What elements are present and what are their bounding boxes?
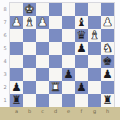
chess-board: ♚♟♝♟♝♟♛♝♟♞♚♟♟♟♜♟♜♜ xyxy=(10,3,114,107)
square-d5[interactable] xyxy=(49,42,62,55)
file-label-h: h xyxy=(101,108,114,117)
square-e6[interactable] xyxy=(62,29,75,42)
rank-labels: 87654321 xyxy=(0,3,10,107)
square-c3[interactable] xyxy=(36,68,49,81)
file-label-c: c xyxy=(36,108,49,117)
rank-label-5: 5 xyxy=(0,42,10,55)
piece-wR-d2[interactable]: ♜ xyxy=(49,81,62,94)
piece-wP-c7[interactable]: ♟ xyxy=(36,16,49,29)
square-h7[interactable]: ♟ xyxy=(101,16,114,29)
square-a5[interactable] xyxy=(10,42,23,55)
piece-wP-h7[interactable]: ♟ xyxy=(101,16,114,29)
square-g1[interactable] xyxy=(88,94,101,107)
chess-diagram: 87654321 ♚♟♝♟♝♟♛♝♟♞♚♟♟♟♜♟♜♜ abcdefgh xyxy=(0,0,120,120)
square-d4[interactable] xyxy=(49,55,62,68)
square-b2[interactable] xyxy=(23,81,36,94)
piece-wB-b7[interactable]: ♝ xyxy=(23,16,36,29)
square-f2[interactable]: ♟ xyxy=(75,81,88,94)
file-label-a: a xyxy=(10,108,23,117)
square-b6[interactable] xyxy=(23,29,36,42)
square-d2[interactable]: ♜ xyxy=(49,81,62,94)
square-b7[interactable]: ♝ xyxy=(23,16,36,29)
square-g3[interactable] xyxy=(88,68,101,81)
square-e8[interactable] xyxy=(62,3,75,16)
rank-label-8: 8 xyxy=(0,3,10,16)
rank-label-7: 7 xyxy=(0,16,10,29)
piece-bP-f2[interactable]: ♟ xyxy=(75,81,88,94)
square-g8[interactable] xyxy=(88,3,101,16)
square-d8[interactable] xyxy=(49,3,62,16)
square-e7[interactable] xyxy=(62,16,75,29)
square-e1[interactable] xyxy=(62,94,75,107)
piece-wB-g6[interactable]: ♝ xyxy=(88,29,101,42)
file-label-e: e xyxy=(62,108,75,117)
square-d6[interactable] xyxy=(49,29,62,42)
square-h3[interactable]: ♟ xyxy=(101,68,114,81)
file-label-b: b xyxy=(23,108,36,117)
square-g5[interactable] xyxy=(88,42,101,55)
square-c7[interactable]: ♟ xyxy=(36,16,49,29)
file-label-f: f xyxy=(75,108,88,117)
square-c5[interactable] xyxy=(36,42,49,55)
rank-label-1: 1 xyxy=(0,94,10,107)
piece-bP-e3[interactable]: ♟ xyxy=(62,68,75,81)
square-c6[interactable] xyxy=(36,29,49,42)
square-c4[interactable] xyxy=(36,55,49,68)
piece-bR-a1[interactable]: ♜ xyxy=(10,94,23,107)
square-c1[interactable] xyxy=(36,94,49,107)
square-a7[interactable]: ♟ xyxy=(10,16,23,29)
rank-label-4: 4 xyxy=(0,55,10,68)
square-b5[interactable] xyxy=(23,42,36,55)
file-label-d: d xyxy=(49,108,62,117)
square-c2[interactable] xyxy=(36,81,49,94)
file-label-g: g xyxy=(88,108,101,117)
file-labels: abcdefgh xyxy=(10,108,114,117)
rank-label-2: 2 xyxy=(0,81,10,94)
piece-bP-f5[interactable]: ♟ xyxy=(75,42,88,55)
square-e3[interactable]: ♟ xyxy=(62,68,75,81)
square-f4[interactable] xyxy=(75,55,88,68)
square-e5[interactable] xyxy=(62,42,75,55)
square-a1[interactable]: ♜ xyxy=(10,94,23,107)
square-g2[interactable] xyxy=(88,81,101,94)
rank-label-3: 3 xyxy=(0,68,10,81)
square-b3[interactable] xyxy=(23,68,36,81)
square-g4[interactable] xyxy=(88,55,101,68)
piece-bR-h1[interactable]: ♜ xyxy=(101,94,114,107)
square-g6[interactable]: ♝ xyxy=(88,29,101,42)
square-h1[interactable]: ♜ xyxy=(101,94,114,107)
rank-label-6: 6 xyxy=(0,29,10,42)
piece-wP-a7[interactable]: ♟ xyxy=(10,16,23,29)
square-d7[interactable] xyxy=(49,16,62,29)
square-d1[interactable] xyxy=(49,94,62,107)
square-a4[interactable] xyxy=(10,55,23,68)
square-f5[interactable]: ♟ xyxy=(75,42,88,55)
piece-bP-h3[interactable]: ♟ xyxy=(101,68,114,81)
square-b4[interactable] xyxy=(23,55,36,68)
square-f1[interactable] xyxy=(75,94,88,107)
square-a6[interactable] xyxy=(10,29,23,42)
square-e2[interactable] xyxy=(62,81,75,94)
square-b1[interactable] xyxy=(23,94,36,107)
